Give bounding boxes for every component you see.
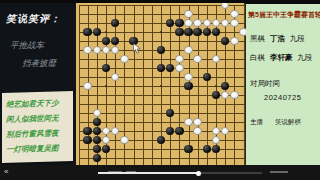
white-stone bbox=[120, 136, 128, 144]
grid-line-h bbox=[79, 5, 244, 6]
grid-line-h bbox=[79, 158, 244, 159]
black-stone bbox=[184, 28, 192, 36]
black-stone bbox=[212, 28, 220, 36]
star-point bbox=[105, 31, 107, 33]
black-stone bbox=[221, 82, 229, 90]
black-player-rank: 九段 bbox=[290, 34, 305, 44]
white-stone bbox=[184, 10, 192, 18]
black-stone bbox=[166, 64, 174, 72]
black-stone bbox=[83, 28, 91, 36]
black-stone bbox=[102, 145, 110, 153]
white-stone bbox=[230, 19, 238, 27]
rewind-control[interactable]: « bbox=[4, 166, 8, 178]
white-stone bbox=[203, 19, 211, 27]
black-stone bbox=[212, 91, 220, 99]
black-stone bbox=[157, 46, 165, 54]
white-stone bbox=[184, 19, 192, 27]
host-row: 主播 笑说解棋 bbox=[246, 118, 320, 127]
white-stone bbox=[120, 55, 128, 63]
white-stone bbox=[221, 19, 229, 27]
white-stone bbox=[230, 10, 238, 18]
black-stone bbox=[175, 19, 183, 27]
poem-box: 绝艺如君天下少 闲人似我世间无 别后竹窗风雪夜 一灯明暗复吴图 bbox=[2, 91, 73, 163]
game-date: 20240725 bbox=[246, 93, 320, 102]
poem-line: 绝艺如君天下少 bbox=[2, 91, 73, 112]
commentary-line-1: 平推战车 bbox=[10, 40, 44, 52]
white-stone bbox=[193, 55, 201, 63]
white-stone bbox=[193, 118, 201, 126]
white-stone bbox=[111, 127, 119, 135]
white-stone bbox=[230, 37, 238, 45]
white-player-row: 白棋 李轩豪 九段 bbox=[246, 53, 320, 63]
window-top-edge bbox=[0, 0, 320, 3]
star-point bbox=[105, 85, 107, 87]
black-stone bbox=[93, 154, 101, 162]
white-stone bbox=[212, 127, 220, 135]
mouse-cursor-icon bbox=[133, 40, 141, 51]
white-stone bbox=[184, 73, 192, 81]
black-stone bbox=[203, 145, 211, 153]
white-stone bbox=[212, 136, 220, 144]
bar-text-right bbox=[270, 171, 288, 173]
host-name: 笑说解棋 bbox=[275, 118, 301, 127]
white-stone bbox=[184, 46, 192, 54]
black-stone bbox=[184, 145, 192, 153]
black-stone bbox=[166, 19, 174, 27]
white-stone bbox=[175, 55, 183, 63]
host-label: 主播 bbox=[250, 118, 263, 127]
white-stone bbox=[83, 46, 91, 54]
white-player-name: 李轩豪 bbox=[270, 53, 293, 63]
black-stone bbox=[111, 37, 119, 45]
white-stone bbox=[102, 136, 110, 144]
black-player-row: 黑棋 丁浩 九段 bbox=[246, 34, 320, 44]
white-stone bbox=[102, 46, 110, 54]
white-stone bbox=[102, 127, 110, 135]
star-point bbox=[160, 85, 162, 87]
event-title: 第5届王中王争霸赛首轮 bbox=[246, 4, 320, 20]
black-stone bbox=[83, 136, 91, 144]
white-stone bbox=[184, 118, 192, 126]
poem-line: 一灯明暗复吴图 bbox=[2, 140, 73, 157]
game-info-panel: 第5届王中王争霸赛首轮 黑棋 丁浩 九段 白棋 李轩豪 九段 对局时间 2024… bbox=[246, 4, 320, 168]
white-stone bbox=[193, 127, 201, 135]
black-stone bbox=[175, 28, 183, 36]
commentary-line-2: 挡者披靡 bbox=[22, 58, 56, 70]
black-label: 黑棋 bbox=[250, 34, 265, 44]
game-time-label: 对局时间 bbox=[246, 79, 320, 89]
progress-track[interactable] bbox=[98, 172, 262, 174]
black-stone bbox=[102, 37, 110, 45]
star-point bbox=[215, 85, 217, 87]
grid-line-h bbox=[79, 104, 244, 105]
white-stone bbox=[221, 127, 229, 135]
player-bar: « bbox=[0, 165, 320, 180]
black-stone bbox=[184, 82, 192, 90]
white-stone bbox=[221, 91, 229, 99]
white-stone bbox=[175, 64, 183, 72]
black-stone bbox=[93, 28, 101, 36]
black-stone bbox=[83, 127, 91, 135]
black-stone bbox=[102, 64, 110, 72]
black-stone bbox=[111, 19, 119, 27]
commentary-panel: 笑说笑评： 平推战车 挡者披靡 绝艺如君天下少 闲人似我世间无 别后竹窗风雪夜 … bbox=[0, 0, 76, 180]
white-stone bbox=[83, 82, 91, 90]
grid-line-h bbox=[79, 113, 244, 114]
white-stone bbox=[93, 109, 101, 117]
progress-fill bbox=[98, 172, 198, 174]
grid-line-h bbox=[79, 14, 244, 15]
black-stone bbox=[157, 64, 165, 72]
black-stone bbox=[166, 109, 174, 117]
black-stone bbox=[93, 145, 101, 153]
black-stone bbox=[175, 127, 183, 135]
white-stone bbox=[111, 46, 119, 54]
white-label: 白棋 bbox=[250, 53, 265, 63]
progress-handle[interactable] bbox=[196, 171, 201, 176]
black-stone bbox=[166, 127, 174, 135]
star-point bbox=[160, 31, 162, 33]
black-stone bbox=[193, 28, 201, 36]
black-stone bbox=[157, 136, 165, 144]
black-stone bbox=[93, 136, 101, 144]
grid-line-h bbox=[79, 77, 244, 78]
white-stone bbox=[93, 46, 101, 54]
black-stone bbox=[93, 127, 101, 135]
grid-line-h bbox=[79, 122, 244, 123]
white-stone bbox=[212, 55, 220, 63]
white-stone bbox=[212, 19, 220, 27]
white-stone bbox=[230, 91, 238, 99]
stream-screenshot: 笑说笑评： 平推战车 挡者披靡 绝艺如君天下少 闲人似我世间无 别后竹窗风雪夜 … bbox=[0, 0, 320, 180]
black-stone bbox=[203, 73, 211, 81]
black-stone bbox=[212, 145, 220, 153]
black-stone bbox=[203, 28, 211, 36]
white-player-rank: 九段 bbox=[298, 53, 313, 63]
white-stone bbox=[193, 19, 201, 27]
white-stone bbox=[111, 73, 119, 81]
black-stone bbox=[221, 37, 229, 45]
go-board[interactable] bbox=[76, 0, 246, 169]
channel-title: 笑说笑评： bbox=[6, 12, 61, 26]
black-player-name: 丁浩 bbox=[270, 34, 285, 44]
black-stone bbox=[93, 118, 101, 126]
